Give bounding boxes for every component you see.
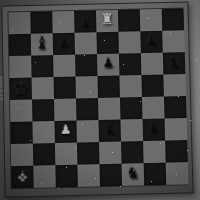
square-g5[interactable]	[141, 75, 164, 97]
black-pawn[interactable]: ♟	[104, 118, 116, 140]
square-b8[interactable]	[30, 11, 52, 33]
square-h3[interactable]	[165, 118, 188, 141]
square-h2[interactable]	[165, 140, 188, 163]
square-f4[interactable]	[120, 97, 143, 120]
square-a2[interactable]	[11, 144, 33, 167]
square-e8[interactable]: ♜	[96, 10, 118, 32]
black-knight[interactable]: ♞	[167, 50, 181, 72]
square-c8[interactable]	[52, 11, 74, 33]
square-d4[interactable]	[76, 98, 98, 121]
square-f8[interactable]	[118, 9, 140, 31]
square-f7[interactable]	[118, 31, 140, 53]
square-b7[interactable]: ♝	[31, 33, 53, 55]
square-c5[interactable]	[54, 77, 76, 99]
square-b5[interactable]	[32, 77, 54, 99]
board-frame: ♝♜♝♟♟♟♞♚♟♟♟❖♞	[7, 8, 187, 190]
square-d1[interactable]	[77, 164, 100, 187]
square-h8[interactable]	[162, 8, 184, 30]
square-b3[interactable]	[32, 121, 54, 144]
square-e7[interactable]	[96, 32, 118, 54]
square-d2[interactable]	[77, 142, 100, 165]
square-d7[interactable]	[75, 32, 97, 54]
square-b2[interactable]	[33, 143, 55, 166]
square-a5[interactable]: ♚	[10, 78, 32, 100]
square-f2[interactable]	[121, 141, 144, 164]
square-f3[interactable]	[120, 119, 143, 142]
square-a8[interactable]	[8, 12, 30, 34]
square-f1[interactable]: ♞	[122, 163, 145, 186]
square-h1[interactable]	[166, 162, 189, 185]
square-e4[interactable]	[98, 97, 121, 120]
square-h4[interactable]	[164, 96, 187, 119]
square-g1[interactable]	[144, 163, 167, 186]
square-a3[interactable]	[10, 121, 32, 144]
square-f5[interactable]	[119, 75, 142, 97]
square-b6[interactable]	[31, 55, 53, 77]
chess-board: US-CHESS ♝♜♝♟♟♟♞♚♟♟♟❖♞	[1, 1, 193, 197]
square-c3[interactable]: ♟	[54, 120, 76, 143]
square-h7[interactable]	[162, 30, 185, 52]
square-e3[interactable]: ♟	[98, 119, 121, 142]
square-h6[interactable]: ♞	[163, 52, 186, 74]
square-h5[interactable]	[163, 74, 186, 96]
black-pawn[interactable]: ♟	[58, 31, 70, 53]
white-pawn[interactable]: ♟	[60, 119, 72, 141]
black-bishop[interactable]: ♝	[34, 31, 50, 53]
square-a7[interactable]	[9, 34, 31, 56]
square-b1[interactable]	[33, 165, 56, 188]
square-d6[interactable]	[75, 54, 97, 76]
square-d8[interactable]: ♝	[74, 10, 96, 32]
square-g2[interactable]	[143, 141, 166, 164]
black-pawn[interactable]: ♟	[145, 29, 157, 51]
board-logo-emblem: ❖	[11, 166, 34, 189]
square-g6[interactable]	[141, 53, 164, 75]
black-knight[interactable]: ♞	[126, 161, 140, 183]
square-g7[interactable]: ♟	[140, 31, 162, 53]
square-g4[interactable]	[142, 96, 165, 119]
square-g8[interactable]	[140, 9, 162, 31]
board-brand-text: US-CHESS	[0, 64, 4, 112]
square-c7[interactable]: ♟	[53, 33, 75, 55]
board-grid: ♝♜♝♟♟♟♞♚♟♟♟❖♞	[8, 8, 188, 188]
square-c6[interactable]	[53, 55, 75, 77]
black-pawn[interactable]: ♟	[148, 117, 160, 139]
black-bishop[interactable]: ♝	[77, 9, 93, 31]
square-e1[interactable]	[99, 164, 122, 187]
black-king[interactable]: ♚	[12, 76, 29, 98]
photo-noise	[0, 0, 1, 1]
square-d5[interactable]	[76, 76, 98, 98]
square-c4[interactable]	[54, 98, 76, 121]
square-c1[interactable]	[55, 165, 78, 188]
square-d3[interactable]	[76, 120, 99, 143]
square-e2[interactable]	[99, 142, 122, 165]
square-e6[interactable]: ♟	[97, 54, 119, 76]
square-e5[interactable]	[97, 76, 119, 98]
white-rook[interactable]: ♜	[100, 8, 114, 30]
square-a4[interactable]	[10, 99, 32, 122]
square-a1[interactable]: ❖	[11, 166, 34, 189]
square-g3[interactable]: ♟	[143, 118, 166, 141]
black-pawn[interactable]: ♟	[102, 52, 114, 74]
board-photo: US-CHESS ♝♜♝♟♟♟♞♚♟♟♟❖♞	[0, 0, 200, 200]
square-f6[interactable]	[119, 53, 141, 75]
square-b4[interactable]	[32, 99, 54, 122]
square-c2[interactable]	[55, 143, 78, 166]
